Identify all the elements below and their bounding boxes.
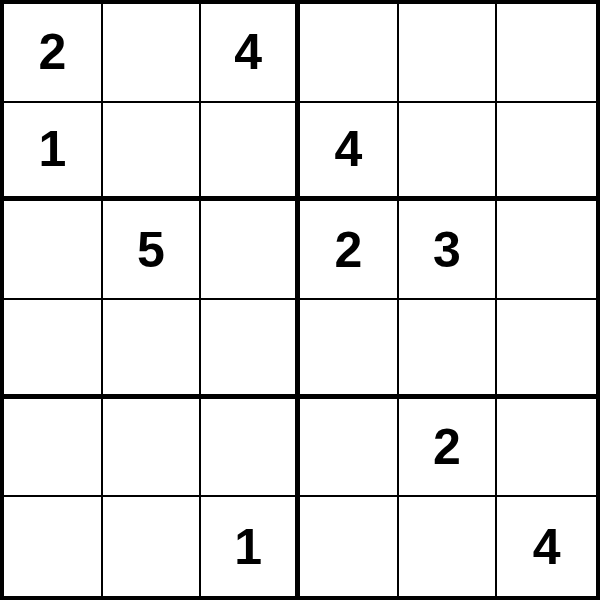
cell-r6c5[interactable] xyxy=(399,497,498,596)
cell-r6c1[interactable] xyxy=(4,497,103,596)
cell-r2c6[interactable] xyxy=(497,103,596,202)
cell-r6c6[interactable]: 4 xyxy=(497,497,596,596)
cell-r5c5[interactable]: 2 xyxy=(399,399,498,498)
cell-r4c6[interactable] xyxy=(497,300,596,399)
cell-r1c6[interactable] xyxy=(497,4,596,103)
cell-r6c2[interactable] xyxy=(103,497,202,596)
cell-r3c1[interactable] xyxy=(4,201,103,300)
cell-r3c3[interactable] xyxy=(201,201,300,300)
cell-r4c4[interactable] xyxy=(300,300,399,399)
cell-r3c6[interactable] xyxy=(497,201,596,300)
cell-r1c5[interactable] xyxy=(399,4,498,103)
cell-r4c2[interactable] xyxy=(103,300,202,399)
cell-r2c5[interactable] xyxy=(399,103,498,202)
cell-r1c1[interactable]: 2 xyxy=(4,4,103,103)
cell-r2c1[interactable]: 1 xyxy=(4,103,103,202)
cell-r3c4[interactable]: 2 xyxy=(300,201,399,300)
sudoku-board: 2414523214 xyxy=(0,0,600,600)
cell-r3c5[interactable]: 3 xyxy=(399,201,498,300)
cell-r4c1[interactable] xyxy=(4,300,103,399)
cell-r6c3[interactable]: 1 xyxy=(201,497,300,596)
cell-r5c2[interactable] xyxy=(103,399,202,498)
cell-r4c5[interactable] xyxy=(399,300,498,399)
cell-r5c6[interactable] xyxy=(497,399,596,498)
cell-r1c4[interactable] xyxy=(300,4,399,103)
cell-r2c2[interactable] xyxy=(103,103,202,202)
cell-r2c3[interactable] xyxy=(201,103,300,202)
cell-r4c3[interactable] xyxy=(201,300,300,399)
cell-r5c1[interactable] xyxy=(4,399,103,498)
cell-r6c4[interactable] xyxy=(300,497,399,596)
cell-r5c3[interactable] xyxy=(201,399,300,498)
cell-r1c3[interactable]: 4 xyxy=(201,4,300,103)
cell-r5c4[interactable] xyxy=(300,399,399,498)
cell-r2c4[interactable]: 4 xyxy=(300,103,399,202)
cell-r3c2[interactable]: 5 xyxy=(103,201,202,300)
cell-r1c2[interactable] xyxy=(103,4,202,103)
